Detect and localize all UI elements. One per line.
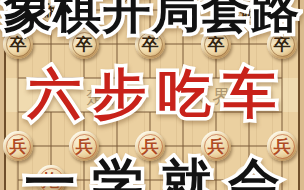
piece-glyph: 兵: [274, 138, 291, 155]
piece-glyph: 兵: [10, 138, 27, 155]
piece-glyph: 卒: [274, 36, 291, 53]
title-text: 象棋开局套路: [0, 0, 304, 34]
piece-glyph: 卒: [10, 36, 27, 53]
subtitle-text: 六步吃车: [0, 67, 304, 120]
bottom-text: 一学就会: [0, 157, 304, 190]
piece-glyph: 卒: [142, 36, 159, 53]
piece-glyph: 兵: [142, 138, 159, 155]
piece-glyph: 兵: [76, 138, 93, 155]
piece-glyph: 卒: [208, 36, 225, 53]
piece-glyph: 卒: [76, 36, 93, 53]
piece-glyph: 兵: [208, 138, 225, 155]
video-frame: 楚河 汉界 車馬象士將士象馬車砲砲卒卒卒卒卒兵兵兵兵兵炮炮車馬相仕帥仕相馬車 象…: [0, 0, 304, 190]
